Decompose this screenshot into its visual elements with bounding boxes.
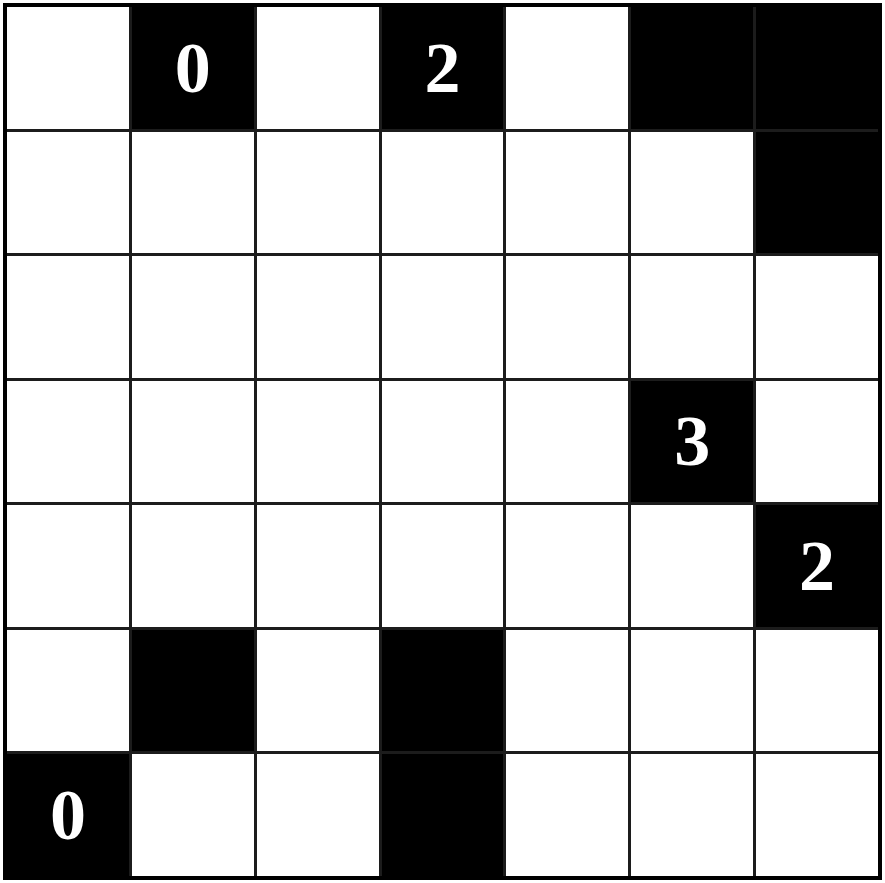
cell-r1c2: 0 xyxy=(132,7,254,129)
cell-r2c1[interactable] xyxy=(7,132,129,254)
cell-r4c3[interactable] xyxy=(257,381,379,503)
cell-r6c3[interactable] xyxy=(257,630,379,752)
cell-r6c2 xyxy=(132,630,254,752)
cell-r7c5[interactable] xyxy=(506,754,628,876)
cell-r6c1[interactable] xyxy=(7,630,129,752)
cell-r5c2[interactable] xyxy=(132,505,254,627)
cell-r2c4[interactable] xyxy=(382,132,504,254)
cell-r7c7[interactable] xyxy=(756,754,878,876)
cell-r2c2[interactable] xyxy=(132,132,254,254)
cell-r5c4[interactable] xyxy=(382,505,504,627)
cell-r4c6: 3 xyxy=(631,381,753,503)
cell-r7c3[interactable] xyxy=(257,754,379,876)
cell-r1c5[interactable] xyxy=(506,7,628,129)
cell-r2c6[interactable] xyxy=(631,132,753,254)
cell-r6c4 xyxy=(382,630,504,752)
cell-r4c7[interactable] xyxy=(756,381,878,503)
cell-r5c3[interactable] xyxy=(257,505,379,627)
cell-r2c7 xyxy=(756,132,878,254)
cell-r4c4[interactable] xyxy=(382,381,504,503)
cell-r5c6[interactable] xyxy=(631,505,753,627)
cell-r3c5[interactable] xyxy=(506,256,628,378)
cell-r7c2[interactable] xyxy=(132,754,254,876)
cell-r2c5[interactable] xyxy=(506,132,628,254)
cell-r1c7 xyxy=(756,7,878,129)
cell-r1c4: 2 xyxy=(382,7,504,129)
cell-r5c7: 2 xyxy=(756,505,878,627)
cell-r4c2[interactable] xyxy=(132,381,254,503)
cell-r5c1[interactable] xyxy=(7,505,129,627)
clue-number: 3 xyxy=(674,405,710,477)
cell-r1c1[interactable] xyxy=(7,7,129,129)
cell-r6c6[interactable] xyxy=(631,630,753,752)
clue-number: 0 xyxy=(50,779,86,851)
clue-number: 2 xyxy=(424,32,460,104)
cell-r7c1: 0 xyxy=(7,754,129,876)
cell-r7c4 xyxy=(382,754,504,876)
akari-board: 02320 xyxy=(3,3,882,880)
cell-r7c6[interactable] xyxy=(631,754,753,876)
cell-r2c3[interactable] xyxy=(257,132,379,254)
cell-r3c2[interactable] xyxy=(132,256,254,378)
clue-number: 2 xyxy=(799,530,835,602)
cell-r5c5[interactable] xyxy=(506,505,628,627)
cell-r3c7[interactable] xyxy=(756,256,878,378)
cell-r4c5[interactable] xyxy=(506,381,628,503)
cell-r3c3[interactable] xyxy=(257,256,379,378)
cell-r3c6[interactable] xyxy=(631,256,753,378)
cell-r1c3[interactable] xyxy=(257,7,379,129)
cell-r6c5[interactable] xyxy=(506,630,628,752)
cell-r3c4[interactable] xyxy=(382,256,504,378)
cell-r4c1[interactable] xyxy=(7,381,129,503)
clue-number: 0 xyxy=(175,32,211,104)
cell-r1c6 xyxy=(631,7,753,129)
cell-r3c1[interactable] xyxy=(7,256,129,378)
cell-r6c7[interactable] xyxy=(756,630,878,752)
board-container: 02320 xyxy=(3,3,882,880)
